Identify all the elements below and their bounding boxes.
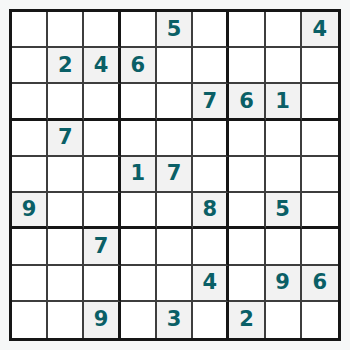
cell-r7c5-empty[interactable] [157, 229, 193, 265]
cell-r7c2-empty[interactable] [48, 229, 84, 265]
cell-r3c9-empty[interactable] [302, 84, 338, 120]
cell-r5c3-empty[interactable] [84, 157, 120, 193]
cell-r8c1-empty[interactable] [12, 266, 48, 302]
cell-r7c8-empty[interactable] [266, 229, 302, 265]
cell-r3c8-given: 1 [266, 84, 302, 120]
cell-r9c8-empty[interactable] [266, 302, 302, 338]
cell-r4c1-empty[interactable] [12, 121, 48, 157]
cell-r6c8-given: 5 [266, 193, 302, 229]
cell-r4c6-empty[interactable] [193, 121, 229, 157]
cell-r9c9-empty[interactable] [302, 302, 338, 338]
cell-r6c9-empty[interactable] [302, 193, 338, 229]
cell-r1c7-empty[interactable] [229, 12, 265, 48]
cell-r4c8-empty[interactable] [266, 121, 302, 157]
cell-r9c6-empty[interactable] [193, 302, 229, 338]
cell-r9c7-given: 2 [229, 302, 265, 338]
cell-r5c4-given: 1 [121, 157, 157, 193]
cell-r6c3-empty[interactable] [84, 193, 120, 229]
cell-r1c3-empty[interactable] [84, 12, 120, 48]
cell-r7c1-empty[interactable] [12, 229, 48, 265]
cell-r9c1-empty[interactable] [12, 302, 48, 338]
cell-r7c4-empty[interactable] [121, 229, 157, 265]
cell-r1c2-empty[interactable] [48, 12, 84, 48]
cell-r5c1-empty[interactable] [12, 157, 48, 193]
cell-r8c7-empty[interactable] [229, 266, 265, 302]
cell-r8c9-given: 6 [302, 266, 338, 302]
sudoku-board: 542467617179857496932 [9, 9, 341, 341]
cell-r9c3-given: 9 [84, 302, 120, 338]
cell-r8c5-empty[interactable] [157, 266, 193, 302]
cell-r7c7-empty[interactable] [229, 229, 265, 265]
cell-r2c3-given: 4 [84, 48, 120, 84]
cell-r7c6-empty[interactable] [193, 229, 229, 265]
cell-r3c5-empty[interactable] [157, 84, 193, 120]
cell-r7c3-given: 7 [84, 229, 120, 265]
cell-r9c4-empty[interactable] [121, 302, 157, 338]
cell-r5c9-empty[interactable] [302, 157, 338, 193]
cell-r9c2-empty[interactable] [48, 302, 84, 338]
cell-r4c5-empty[interactable] [157, 121, 193, 157]
cell-r5c6-empty[interactable] [193, 157, 229, 193]
cell-r6c2-empty[interactable] [48, 193, 84, 229]
cell-r8c8-given: 9 [266, 266, 302, 302]
cell-r5c7-empty[interactable] [229, 157, 265, 193]
cell-r1c9-given: 4 [302, 12, 338, 48]
cell-r3c1-empty[interactable] [12, 84, 48, 120]
cell-r4c4-empty[interactable] [121, 121, 157, 157]
cell-r4c7-empty[interactable] [229, 121, 265, 157]
cell-r1c5-given: 5 [157, 12, 193, 48]
cell-r2c5-empty[interactable] [157, 48, 193, 84]
cell-r4c2-given: 7 [48, 121, 84, 157]
cell-r8c2-empty[interactable] [48, 266, 84, 302]
page: 542467617179857496932 [0, 0, 350, 350]
cell-r3c7-given: 6 [229, 84, 265, 120]
cell-r3c4-empty[interactable] [121, 84, 157, 120]
cell-r4c3-empty[interactable] [84, 121, 120, 157]
cell-r3c6-given: 7 [193, 84, 229, 120]
cell-r2c7-empty[interactable] [229, 48, 265, 84]
cell-r6c5-empty[interactable] [157, 193, 193, 229]
cell-r2c1-empty[interactable] [12, 48, 48, 84]
cell-r8c3-empty[interactable] [84, 266, 120, 302]
cell-r5c8-empty[interactable] [266, 157, 302, 193]
cell-r4c9-empty[interactable] [302, 121, 338, 157]
cell-r6c4-empty[interactable] [121, 193, 157, 229]
cell-r7c9-empty[interactable] [302, 229, 338, 265]
cell-r6c7-empty[interactable] [229, 193, 265, 229]
cell-r1c4-empty[interactable] [121, 12, 157, 48]
cell-r1c1-empty[interactable] [12, 12, 48, 48]
cell-r9c5-given: 3 [157, 302, 193, 338]
cell-r8c4-empty[interactable] [121, 266, 157, 302]
cell-r1c8-empty[interactable] [266, 12, 302, 48]
cell-r2c6-empty[interactable] [193, 48, 229, 84]
cell-r5c2-empty[interactable] [48, 157, 84, 193]
cell-r2c8-empty[interactable] [266, 48, 302, 84]
cell-r2c4-given: 6 [121, 48, 157, 84]
cell-r5c5-given: 7 [157, 157, 193, 193]
cell-r3c3-empty[interactable] [84, 84, 120, 120]
cell-r3c2-empty[interactable] [48, 84, 84, 120]
cell-r8c6-given: 4 [193, 266, 229, 302]
cell-r6c1-given: 9 [12, 193, 48, 229]
cell-r2c2-given: 2 [48, 48, 84, 84]
cell-r2c9-empty[interactable] [302, 48, 338, 84]
cell-r6c6-given: 8 [193, 193, 229, 229]
cell-r1c6-empty[interactable] [193, 12, 229, 48]
